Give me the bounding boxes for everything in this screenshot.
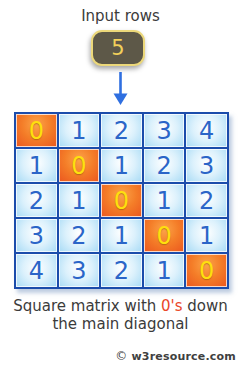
matrix-cell-r4c2: 2 xyxy=(59,219,100,252)
matrix-cell-r2c5: 3 xyxy=(186,149,227,182)
matrix-cell-r4c4: 0 xyxy=(144,219,185,252)
matrix-cell-r5c3: 2 xyxy=(101,254,142,287)
caption-text-post: down xyxy=(183,297,228,315)
matrix-cell-r3c4: 1 xyxy=(144,184,185,217)
input-rows-label: Input rows xyxy=(0,7,241,25)
caption-line2: the main diagonal xyxy=(52,315,188,333)
matrix-cell-r1c2: 1 xyxy=(59,114,100,147)
copyright-site-text: w3resource.com xyxy=(127,350,236,363)
matrix-cell-r5c5: 0 xyxy=(186,254,227,287)
rows-input-value[interactable]: 5 xyxy=(91,30,145,66)
matrix-grid: 0123410123210123210143210 xyxy=(14,112,229,289)
matrix-cell-r5c4: 1 xyxy=(144,254,185,287)
matrix-cell-r1c1: 0 xyxy=(16,114,57,147)
matrix-cell-r3c1: 2 xyxy=(16,184,57,217)
matrix-cell-r1c5: 4 xyxy=(186,114,227,147)
matrix-cell-r3c5: 2 xyxy=(186,184,227,217)
exercise-figure: Input rows 5 0123410123210123210143210 S… xyxy=(0,0,241,371)
matrix-cell-r2c3: 1 xyxy=(101,149,142,182)
copyright-icon: © xyxy=(115,349,127,363)
matrix-cell-r3c2: 1 xyxy=(59,184,100,217)
matrix-cell-r5c2: 3 xyxy=(59,254,100,287)
matrix-cell-r1c4: 3 xyxy=(144,114,185,147)
matrix-cell-r4c1: 3 xyxy=(16,219,57,252)
matrix-cell-r2c1: 1 xyxy=(16,149,57,182)
matrix-cell-r4c3: 1 xyxy=(101,219,142,252)
matrix-cell-r2c4: 2 xyxy=(144,149,185,182)
matrix-cell-r5c1: 4 xyxy=(16,254,57,287)
matrix-cell-r2c2: 0 xyxy=(59,149,100,182)
matrix-cell-r1c3: 2 xyxy=(101,114,142,147)
down-arrow-icon xyxy=(108,72,133,106)
matrix-cell-r4c5: 1 xyxy=(186,219,227,252)
matrix-cell-r3c3: 0 xyxy=(101,184,142,217)
caption-text-pre: Square matrix with xyxy=(13,297,161,315)
copyright: © w3resource.com xyxy=(115,349,236,363)
caption: Square matrix with 0's down the main dia… xyxy=(0,297,241,333)
caption-highlight: 0's xyxy=(161,297,182,315)
